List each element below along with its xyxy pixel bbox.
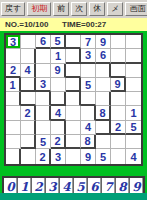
cell-r7c7[interactable] <box>96 121 111 135</box>
cell-r5c7[interactable] <box>96 92 111 106</box>
cell-r6c9[interactable]: 1 <box>126 106 141 120</box>
memo-button[interactable]: メ <box>107 2 123 16</box>
cell-r8c9[interactable] <box>126 135 141 149</box>
cell-r3c2[interactable]: 4 <box>21 64 36 78</box>
cell-r5c6[interactable] <box>81 92 96 106</box>
cell-r1c8[interactable] <box>111 35 126 49</box>
cell-r4c4[interactable] <box>51 78 66 92</box>
prev-button[interactable]: 前 <box>53 2 69 16</box>
cell-r1c3[interactable]: 6 <box>36 35 51 49</box>
cell-r3c1[interactable]: 2 <box>6 64 21 78</box>
cell-r3c6[interactable] <box>81 64 96 78</box>
cell-r7c5[interactable] <box>66 121 81 135</box>
board-area: 365791362491359248142552823954 012345678… <box>0 31 147 200</box>
cell-r9c4[interactable]: 3 <box>51 149 66 163</box>
cell-r4c2[interactable] <box>21 78 36 92</box>
cell-r1c6[interactable]: 7 <box>81 35 96 49</box>
cell-r8c1[interactable] <box>6 135 21 149</box>
cell-r2c6[interactable]: 3 <box>81 49 96 63</box>
cell-r3c5[interactable] <box>66 64 81 78</box>
cell-r7c9[interactable]: 5 <box>126 121 141 135</box>
pause-button[interactable]: 休 <box>89 2 105 16</box>
cell-r9c7[interactable]: 5 <box>96 149 111 163</box>
cell-r4c9[interactable] <box>126 78 141 92</box>
cell-r2c3[interactable] <box>36 49 51 63</box>
cell-r3c3[interactable] <box>36 64 51 78</box>
cell-r3c8[interactable] <box>111 64 126 78</box>
cell-r1c4[interactable]: 5 <box>51 35 66 49</box>
cell-r4c6[interactable]: 5 <box>81 78 96 92</box>
cell-r2c5[interactable] <box>66 49 81 63</box>
puzzle-number-label: NO.=10/100 <box>5 20 62 29</box>
screen-button[interactable]: 画面 <box>125 2 147 16</box>
cell-r9c9[interactable]: 4 <box>126 149 141 163</box>
cell-r5c9[interactable] <box>126 92 141 106</box>
cell-r6c6[interactable] <box>81 106 96 120</box>
cell-r5c3[interactable] <box>36 92 51 106</box>
cell-r4c3[interactable]: 3 <box>36 78 51 92</box>
cell-r8c7[interactable] <box>96 135 111 149</box>
cell-r7c2[interactable] <box>21 121 36 135</box>
cell-r9c3[interactable]: 2 <box>36 149 51 163</box>
cell-r8c3[interactable]: 5 <box>36 135 51 149</box>
cell-r1c7[interactable]: 9 <box>96 35 111 49</box>
cell-r7c8[interactable]: 2 <box>111 121 126 135</box>
cell-r8c5[interactable] <box>66 135 81 149</box>
cell-r2c7[interactable]: 6 <box>96 49 111 63</box>
cell-r7c4[interactable] <box>51 121 66 135</box>
cell-r7c1[interactable] <box>6 121 21 135</box>
toolbar: 戻す初期前次休メ画面 <box>0 0 147 18</box>
cell-r6c8[interactable] <box>111 106 126 120</box>
cell-r9c8[interactable] <box>111 149 126 163</box>
cell-r9c2[interactable] <box>21 149 36 163</box>
cell-r3c4[interactable]: 9 <box>51 64 66 78</box>
cell-r1c1[interactable]: 3 <box>6 35 21 49</box>
cell-r9c6[interactable]: 9 <box>81 149 96 163</box>
cell-r1c5[interactable] <box>66 35 81 49</box>
status-bar: NO.=10/100 TIME=00:27 <box>0 18 147 31</box>
next-button[interactable]: 次 <box>71 2 87 16</box>
cell-r7c6[interactable]: 4 <box>81 121 96 135</box>
cell-r8c8[interactable] <box>111 135 126 149</box>
initial-button[interactable]: 初期 <box>27 2 51 16</box>
cell-r2c8[interactable] <box>111 49 126 63</box>
cell-r6c7[interactable]: 8 <box>96 106 111 120</box>
cell-r8c2[interactable] <box>21 135 36 149</box>
cell-r5c5[interactable] <box>66 92 81 106</box>
cell-r9c1[interactable] <box>6 149 21 163</box>
cell-r2c4[interactable]: 1 <box>51 49 66 63</box>
cell-r2c2[interactable] <box>21 49 36 63</box>
cell-r5c2[interactable] <box>21 92 36 106</box>
cell-r8c6[interactable]: 8 <box>81 135 96 149</box>
cell-r5c1[interactable] <box>6 92 21 106</box>
cell-r7c3[interactable] <box>36 121 51 135</box>
undo-button[interactable]: 戻す <box>1 2 25 16</box>
number-place-app: 戻す初期前次休メ画面 NO.=10/100 TIME=00:27 3657913… <box>0 0 147 200</box>
cell-r1c2[interactable] <box>21 35 36 49</box>
sudoku-grid: 365791362491359248142552823954 <box>4 33 143 166</box>
cell-r6c5[interactable] <box>66 106 81 120</box>
cell-r3c9[interactable] <box>126 64 141 78</box>
bottom-bar <box>0 193 147 200</box>
cell-r9c5[interactable] <box>66 149 81 163</box>
cell-r5c4[interactable] <box>51 92 66 106</box>
cell-r5c8[interactable] <box>111 92 126 106</box>
cell-r2c1[interactable] <box>6 49 21 63</box>
cell-r6c3[interactable] <box>36 106 51 120</box>
cell-r4c7[interactable] <box>96 78 111 92</box>
cell-r8c4[interactable]: 2 <box>51 135 66 149</box>
cell-r4c5[interactable] <box>66 78 81 92</box>
timer-label: TIME=00:27 <box>62 20 106 29</box>
cell-r4c8[interactable]: 9 <box>111 78 126 92</box>
cell-r1c9[interactable] <box>126 35 141 49</box>
cell-r6c1[interactable] <box>6 106 21 120</box>
cell-r3c7[interactable] <box>96 64 111 78</box>
cell-r2c9[interactable] <box>126 49 141 63</box>
cell-r4c1[interactable]: 1 <box>6 78 21 92</box>
cell-r6c4[interactable]: 4 <box>51 106 66 120</box>
cell-r6c2[interactable]: 2 <box>21 106 36 120</box>
